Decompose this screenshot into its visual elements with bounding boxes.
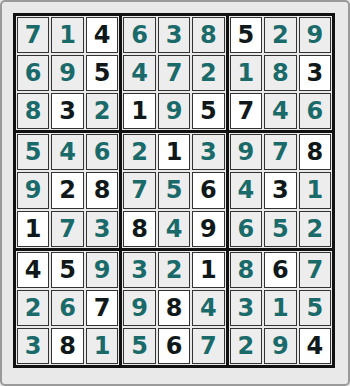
cell-r2c2: 9 [51,55,83,91]
cell-r7c5: 2 [158,252,190,288]
cell-r5c2: 2 [51,172,83,208]
cell-r7c9: 7 [299,252,331,288]
cell-r1c4: 6 [123,17,155,53]
cell-r6c8: 5 [264,211,296,247]
cell-r2c7: 1 [230,55,262,91]
cell-r8c8: 1 [264,290,296,326]
cell-r4c1: 5 [17,134,49,170]
cell-r1c6: 8 [192,17,224,53]
cell-r1c3: 4 [86,17,118,53]
cell-r4c6: 3 [192,134,224,170]
cell-r9c7: 2 [230,328,262,364]
box-2: 638472195 [122,16,225,130]
cell-r5c4: 7 [123,172,155,208]
cell-r5c7: 4 [230,172,262,208]
cell-r8c4: 9 [123,290,155,326]
cell-r2c9: 3 [299,55,331,91]
cell-r6c7: 6 [230,211,262,247]
cell-r8c1: 2 [17,290,49,326]
cell-r3c5: 9 [158,93,190,129]
cell-r4c9: 8 [299,134,331,170]
cell-r1c1: 7 [17,17,49,53]
box-8: 321984567 [122,251,225,365]
cell-r4c2: 4 [51,134,83,170]
cell-r7c3: 9 [86,252,118,288]
cell-r9c3: 1 [86,328,118,364]
cell-r4c7: 9 [230,134,262,170]
cell-r8c6: 4 [192,290,224,326]
cell-r2c4: 4 [123,55,155,91]
cell-r7c2: 5 [51,252,83,288]
cell-r4c4: 2 [123,134,155,170]
cell-r3c9: 6 [299,93,331,129]
box-5: 213756849 [122,133,225,247]
cell-r9c8: 9 [264,328,296,364]
cell-r1c7: 5 [230,17,262,53]
cell-r5c3: 8 [86,172,118,208]
cell-r9c4: 5 [123,328,155,364]
cell-r6c1: 1 [17,211,49,247]
cell-r3c3: 2 [86,93,118,129]
cell-r5c1: 9 [17,172,49,208]
cell-r6c2: 7 [51,211,83,247]
cell-r1c5: 3 [158,17,190,53]
cell-r5c9: 1 [299,172,331,208]
cell-r8c9: 5 [299,290,331,326]
cell-r7c4: 3 [123,252,155,288]
cell-r3c6: 5 [192,93,224,129]
cell-r1c2: 1 [51,17,83,53]
cell-r4c8: 7 [264,134,296,170]
cell-r2c8: 8 [264,55,296,91]
cell-r3c4: 1 [123,93,155,129]
cell-r8c5: 8 [158,290,190,326]
cell-r6c3: 3 [86,211,118,247]
cell-r9c2: 8 [51,328,83,364]
cell-r6c9: 2 [299,211,331,247]
cell-r1c8: 2 [264,17,296,53]
cell-r7c7: 8 [230,252,262,288]
cell-r9c1: 3 [17,328,49,364]
cell-r8c7: 3 [230,290,262,326]
cell-r2c5: 7 [158,55,190,91]
box-6: 978431652 [229,133,332,247]
cell-r9c9: 4 [299,328,331,364]
cell-r3c7: 7 [230,93,262,129]
box-4: 546928173 [16,133,119,247]
cell-r8c3: 7 [86,290,118,326]
cell-r2c1: 6 [17,55,49,91]
cell-r9c6: 7 [192,328,224,364]
sudoku-board: 7146958326384721955291837465469281732137… [13,13,335,368]
cell-r2c3: 5 [86,55,118,91]
cell-r5c8: 3 [264,172,296,208]
cell-r9c5: 6 [158,328,190,364]
box-1: 714695832 [16,16,119,130]
box-9: 867315294 [229,251,332,365]
cell-r1c9: 9 [299,17,331,53]
cell-r2c6: 2 [192,55,224,91]
cell-r3c8: 4 [264,93,296,129]
cell-r8c2: 6 [51,290,83,326]
box-7: 459267381 [16,251,119,365]
cell-r4c5: 1 [158,134,190,170]
cell-r6c5: 4 [158,211,190,247]
cell-r5c5: 5 [158,172,190,208]
box-3: 529183746 [229,16,332,130]
cell-r5c6: 6 [192,172,224,208]
cell-r7c6: 1 [192,252,224,288]
cell-r7c1: 4 [17,252,49,288]
cell-r7c8: 6 [264,252,296,288]
cell-r3c1: 8 [17,93,49,129]
cell-r3c2: 3 [51,93,83,129]
cell-r6c6: 9 [192,211,224,247]
cell-r4c3: 6 [86,134,118,170]
cell-r6c4: 8 [123,211,155,247]
